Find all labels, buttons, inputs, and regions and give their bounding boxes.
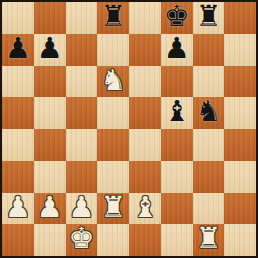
chess-board: ♜♚♜♟♟♟♞♝♞♟♟♟♜♝♚♜ — [2, 2, 256, 256]
square-f5[interactable]: ♝ — [161, 97, 193, 129]
square-c2[interactable]: ♟ — [66, 193, 98, 225]
square-c6[interactable] — [66, 66, 98, 98]
square-e4[interactable] — [129, 129, 161, 161]
square-b5[interactable] — [34, 97, 66, 129]
piece-white-bishop-e2[interactable]: ♝ — [132, 193, 158, 224]
square-c8[interactable] — [66, 2, 98, 34]
square-f8[interactable]: ♚ — [161, 2, 193, 34]
square-f6[interactable] — [161, 66, 193, 98]
square-a1[interactable] — [2, 224, 34, 256]
square-g5[interactable]: ♞ — [193, 97, 225, 129]
square-a8[interactable] — [2, 2, 34, 34]
square-d4[interactable] — [97, 129, 129, 161]
square-g3[interactable] — [193, 161, 225, 193]
piece-black-pawn-b7[interactable]: ♟ — [37, 34, 63, 65]
square-a4[interactable] — [2, 129, 34, 161]
square-d7[interactable] — [97, 34, 129, 66]
square-a5[interactable] — [2, 97, 34, 129]
square-e3[interactable] — [129, 161, 161, 193]
square-e8[interactable] — [129, 2, 161, 34]
square-f1[interactable] — [161, 224, 193, 256]
square-a7[interactable]: ♟ — [2, 34, 34, 66]
square-d8[interactable]: ♜ — [97, 2, 129, 34]
square-g2[interactable] — [193, 193, 225, 225]
piece-black-king-f8[interactable]: ♚ — [164, 2, 190, 33]
square-h6[interactable] — [224, 66, 256, 98]
square-b2[interactable]: ♟ — [34, 193, 66, 225]
square-h4[interactable] — [224, 129, 256, 161]
square-c4[interactable] — [66, 129, 98, 161]
square-b4[interactable] — [34, 129, 66, 161]
piece-white-pawn-c2[interactable]: ♟ — [68, 193, 94, 224]
square-d5[interactable] — [97, 97, 129, 129]
square-c7[interactable] — [66, 34, 98, 66]
square-f4[interactable] — [161, 129, 193, 161]
square-d3[interactable] — [97, 161, 129, 193]
square-g1[interactable]: ♜ — [193, 224, 225, 256]
square-a6[interactable] — [2, 66, 34, 98]
square-h7[interactable] — [224, 34, 256, 66]
piece-black-bishop-f5[interactable]: ♝ — [164, 97, 190, 128]
square-d6[interactable]: ♞ — [97, 66, 129, 98]
square-a2[interactable]: ♟ — [2, 193, 34, 225]
square-b6[interactable] — [34, 66, 66, 98]
square-g4[interactable] — [193, 129, 225, 161]
square-d1[interactable] — [97, 224, 129, 256]
square-d2[interactable]: ♜ — [97, 193, 129, 225]
piece-white-king-c1[interactable]: ♚ — [68, 224, 94, 255]
square-h5[interactable] — [224, 97, 256, 129]
square-h8[interactable] — [224, 2, 256, 34]
piece-white-pawn-a2[interactable]: ♟ — [5, 193, 31, 224]
square-f3[interactable] — [161, 161, 193, 193]
square-e2[interactable]: ♝ — [129, 193, 161, 225]
square-h2[interactable] — [224, 193, 256, 225]
square-c1[interactable]: ♚ — [66, 224, 98, 256]
square-c3[interactable] — [66, 161, 98, 193]
square-g7[interactable] — [193, 34, 225, 66]
piece-white-knight-d6[interactable]: ♞ — [100, 66, 126, 97]
square-b8[interactable] — [34, 2, 66, 34]
square-c5[interactable] — [66, 97, 98, 129]
square-f2[interactable] — [161, 193, 193, 225]
square-b3[interactable] — [34, 161, 66, 193]
piece-black-rook-d8[interactable]: ♜ — [100, 2, 126, 33]
square-g6[interactable] — [193, 66, 225, 98]
piece-white-pawn-b2[interactable]: ♟ — [37, 193, 63, 224]
square-g8[interactable]: ♜ — [193, 2, 225, 34]
square-b7[interactable]: ♟ — [34, 34, 66, 66]
square-a3[interactable] — [2, 161, 34, 193]
square-e6[interactable] — [129, 66, 161, 98]
piece-black-knight-g5[interactable]: ♞ — [195, 97, 221, 128]
square-e5[interactable] — [129, 97, 161, 129]
square-f7[interactable]: ♟ — [161, 34, 193, 66]
piece-white-rook-g1[interactable]: ♜ — [195, 224, 221, 255]
piece-black-pawn-f7[interactable]: ♟ — [164, 34, 190, 65]
square-e1[interactable] — [129, 224, 161, 256]
square-e7[interactable] — [129, 34, 161, 66]
chess-board-frame: ♜♚♜♟♟♟♞♝♞♟♟♟♜♝♚♜ — [0, 0, 258, 258]
piece-black-rook-g8[interactable]: ♜ — [195, 2, 221, 33]
piece-white-rook-d2[interactable]: ♜ — [100, 193, 126, 224]
square-h3[interactable] — [224, 161, 256, 193]
piece-black-pawn-a7[interactable]: ♟ — [5, 34, 31, 65]
square-b1[interactable] — [34, 224, 66, 256]
square-h1[interactable] — [224, 224, 256, 256]
